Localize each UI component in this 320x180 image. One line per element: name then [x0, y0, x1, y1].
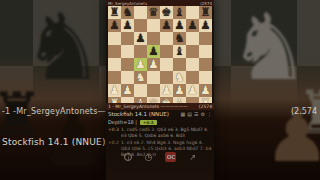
square-e5[interactable] — [160, 45, 173, 58]
engine-line-1-moves: 1. cxd5 cxd5 2. Qb3 e6 3. Bg5 Nbd7 4. e3… — [121, 127, 212, 139]
board-icon[interactable]: ▤ — [187, 112, 192, 117]
engine-line-1[interactable]: +0.3 1. cxd5 cxd5 2. Qb3 e6 3. Bg5 Nbd7 … — [106, 126, 214, 139]
depth-row: Depth=18 | +0.3 — [106, 118, 214, 126]
square-h4[interactable] — [199, 58, 212, 71]
center-column: Mr_SergeyAntonets (2574 ♜♞♛♚♝♜♟♟♟♟♟♟♟♞♟♝… — [106, 0, 214, 180]
square-d3[interactable] — [147, 71, 160, 84]
square-g5[interactable] — [186, 45, 199, 58]
channel-badge[interactable]: OC — [165, 152, 176, 162]
square-h7[interactable]: ♟ — [199, 19, 212, 32]
grid-icon[interactable]: ▦ — [181, 112, 186, 117]
engine-header: Stockfish 14.1 (NNUE) ▦ ▤ ☰ ⚙ ⋮ — [106, 110, 214, 118]
square-f5[interactable]: ♝ — [173, 45, 186, 58]
square-h5[interactable] — [199, 45, 212, 58]
piece-white-knight[interactable]: ♞ — [134, 71, 147, 84]
square-a7[interactable]: ♟ — [108, 19, 121, 32]
piece-white-pawn[interactable]: ♟ — [147, 58, 160, 71]
square-c8[interactable] — [134, 6, 147, 19]
info-icon[interactable]: i — [124, 153, 132, 161]
square-g2[interactable]: ♟ — [186, 84, 199, 97]
square-b6[interactable] — [121, 32, 134, 45]
square-b5[interactable] — [121, 45, 134, 58]
square-d8[interactable]: ♛ — [147, 6, 160, 19]
settings-gear-icon[interactable]: ⚙ — [201, 112, 205, 117]
video-frame: ♞ ♞ ♜ ♜ ♟ ♟ -1 -Mr_SergeyAntonets———————… — [0, 0, 320, 180]
square-a4[interactable] — [108, 58, 121, 71]
square-g7[interactable]: ♟ — [186, 19, 199, 32]
square-e4[interactable] — [160, 58, 173, 71]
overlay-icon-row: i ◷ OC ↗ — [106, 152, 214, 162]
piece-white-pawn[interactable]: ♟ — [186, 84, 199, 97]
engine-toolbar: ▦ ▤ ☰ ⚙ ⋮ — [181, 112, 212, 117]
piece-white-pawn[interactable]: ♟ — [121, 84, 134, 97]
square-b4[interactable] — [121, 58, 134, 71]
square-d4[interactable]: ♟ — [147, 58, 160, 71]
square-d7[interactable] — [147, 19, 160, 32]
more-icon[interactable]: ⋮ — [207, 112, 212, 117]
piece-black-pawn[interactable]: ♟ — [186, 19, 199, 32]
piece-black-pawn[interactable]: ♟ — [160, 19, 173, 32]
depth-label: Depth=18 | — [108, 119, 137, 125]
square-a6[interactable] — [108, 32, 121, 45]
board[interactable]: ♜♞♛♚♝♜♟♟♟♟♟♟♟♞♟♝♟♟♞♞♟♟♟♟♟♟♜♝♛♚♝♜ — [108, 6, 212, 110]
square-b7[interactable]: ♟ — [121, 19, 134, 32]
square-c3[interactable]: ♞ — [134, 71, 147, 84]
square-h6[interactable] — [199, 32, 212, 45]
engine-panel: 1 - Mr_SergeyAntonets —————— (2574 Stock… — [106, 103, 214, 180]
engine-line-1-eval: +0.3 — [108, 127, 119, 139]
piece-black-pawn[interactable]: ♟ — [199, 19, 212, 32]
players-bar-rating: (2574 — [199, 104, 212, 109]
piece-black-pawn[interactable]: ♟ — [134, 32, 147, 45]
square-g4[interactable] — [186, 58, 199, 71]
piece-black-queen[interactable]: ♛ — [147, 6, 160, 19]
share-icon[interactable]: ↗ — [189, 153, 196, 162]
menu-icon[interactable]: ☰ — [194, 112, 198, 117]
square-b2[interactable]: ♟ — [121, 84, 134, 97]
engine-name: Stockfish 14.1 (NNUE) — [108, 111, 169, 117]
square-g6[interactable] — [186, 32, 199, 45]
square-e7[interactable]: ♟ — [160, 19, 173, 32]
clock-icon[interactable]: ◷ — [145, 153, 153, 162]
square-e6[interactable] — [160, 32, 173, 45]
piece-black-pawn[interactable]: ♟ — [121, 19, 134, 32]
bg-rating-text: (2.574 — [291, 107, 317, 116]
piece-black-pawn[interactable]: ♟ — [108, 19, 121, 32]
square-a5[interactable] — [108, 45, 121, 58]
bg-stockfish-text: Stockfish 14.1 (NNUE) — [2, 137, 106, 147]
players-bar-name: 1 - Mr_SergeyAntonets —————— — [108, 104, 188, 109]
eval-badge: +0.3 — [140, 120, 156, 125]
square-c6[interactable]: ♟ — [134, 32, 147, 45]
players-bar: 1 - Mr_SergeyAntonets —————— (2574 — [106, 103, 214, 110]
piece-black-bishop[interactable]: ♝ — [173, 45, 186, 58]
